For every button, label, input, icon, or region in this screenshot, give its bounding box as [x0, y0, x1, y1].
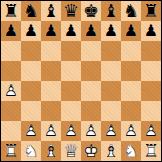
piece-black-pawn[interactable]: ♟ [61, 21, 81, 41]
square-b8[interactable]: ♞ [21, 1, 41, 21]
square-a5[interactable] [1, 61, 21, 81]
square-e2[interactable]: ♟♙ [81, 121, 101, 141]
piece-white-pawn[interactable]: ♟♙ [81, 121, 101, 141]
square-b2[interactable]: ♟♙ [21, 121, 41, 141]
white-piece-outline-glyph: ♙ [81, 121, 101, 141]
white-piece-outline-glyph: ♔ [81, 141, 101, 161]
piece-white-rook[interactable]: ♜♖ [1, 141, 21, 161]
square-b7[interactable]: ♟ [21, 21, 41, 41]
square-g6[interactable] [121, 41, 141, 61]
piece-black-pawn[interactable]: ♟ [41, 21, 61, 41]
square-a4[interactable]: ♟♙ [1, 81, 21, 101]
square-h4[interactable] [141, 81, 161, 101]
piece-black-bishop[interactable]: ♝ [101, 1, 121, 21]
piece-black-pawn[interactable]: ♟ [1, 21, 21, 41]
piece-white-pawn[interactable]: ♟♙ [141, 121, 161, 141]
square-c8[interactable]: ♝ [41, 1, 61, 21]
square-f5[interactable] [101, 61, 121, 81]
square-h8[interactable]: ♜ [141, 1, 161, 21]
piece-white-queen[interactable]: ♛♕ [61, 141, 81, 161]
piece-black-pawn[interactable]: ♟ [21, 21, 41, 41]
piece-white-pawn[interactable]: ♟♙ [41, 121, 61, 141]
square-g1[interactable]: ♞♘ [121, 141, 141, 161]
piece-white-bishop[interactable]: ♝♗ [101, 141, 121, 161]
square-a8[interactable]: ♜ [1, 1, 21, 21]
square-f1[interactable]: ♝♗ [101, 141, 121, 161]
square-c5[interactable] [41, 61, 61, 81]
piece-white-bishop[interactable]: ♝♗ [41, 141, 61, 161]
board-frame: ♜♞♝♛♚♝♞♜♟♟♟♟♟♟♟♟♟♙♟♙♟♙♟♙♟♙♟♙♟♙♟♙♜♖♞♘♝♗♛♕… [0, 0, 162, 162]
piece-white-pawn[interactable]: ♟♙ [121, 121, 141, 141]
square-d8[interactable]: ♛ [61, 1, 81, 21]
piece-black-pawn[interactable]: ♟ [81, 21, 101, 41]
square-g2[interactable]: ♟♙ [121, 121, 141, 141]
white-piece-outline-glyph: ♖ [1, 141, 21, 161]
piece-white-pawn[interactable]: ♟♙ [1, 81, 21, 101]
square-d3[interactable] [61, 101, 81, 121]
piece-white-pawn[interactable]: ♟♙ [61, 121, 81, 141]
square-b1[interactable]: ♞♘ [21, 141, 41, 161]
square-a2[interactable] [1, 121, 21, 141]
square-g7[interactable]: ♟ [121, 21, 141, 41]
square-d2[interactable]: ♟♙ [61, 121, 81, 141]
square-e4[interactable] [81, 81, 101, 101]
square-g3[interactable] [121, 101, 141, 121]
square-e6[interactable] [81, 41, 101, 61]
white-piece-outline-glyph: ♙ [1, 81, 21, 101]
square-e3[interactable] [81, 101, 101, 121]
square-b4[interactable] [21, 81, 41, 101]
white-piece-outline-glyph: ♖ [141, 141, 161, 161]
white-piece-outline-glyph: ♕ [61, 141, 81, 161]
square-d1[interactable]: ♛♕ [61, 141, 81, 161]
square-h7[interactable]: ♟ [141, 21, 161, 41]
white-piece-outline-glyph: ♘ [121, 141, 141, 161]
square-a7[interactable]: ♟ [1, 21, 21, 41]
piece-black-king[interactable]: ♚ [81, 1, 101, 21]
piece-black-pawn[interactable]: ♟ [101, 21, 121, 41]
white-piece-outline-glyph: ♙ [121, 121, 141, 141]
square-g5[interactable] [121, 61, 141, 81]
square-h2[interactable]: ♟♙ [141, 121, 161, 141]
square-d5[interactable] [61, 61, 81, 81]
white-piece-outline-glyph: ♙ [21, 121, 41, 141]
piece-black-queen[interactable]: ♛ [61, 1, 81, 21]
square-f8[interactable]: ♝ [101, 1, 121, 21]
square-h5[interactable] [141, 61, 161, 81]
square-c7[interactable]: ♟ [41, 21, 61, 41]
piece-black-pawn[interactable]: ♟ [141, 21, 161, 41]
square-f3[interactable] [101, 101, 121, 121]
square-e1[interactable]: ♚♔ [81, 141, 101, 161]
piece-white-knight[interactable]: ♞♘ [121, 141, 141, 161]
square-d6[interactable] [61, 41, 81, 61]
square-c2[interactable]: ♟♙ [41, 121, 61, 141]
piece-black-pawn[interactable]: ♟ [121, 21, 141, 41]
square-c3[interactable] [41, 101, 61, 121]
square-g8[interactable]: ♞ [121, 1, 141, 21]
white-piece-outline-glyph: ♙ [141, 121, 161, 141]
square-b3[interactable] [21, 101, 41, 121]
square-b6[interactable] [21, 41, 41, 61]
piece-white-pawn[interactable]: ♟♙ [21, 121, 41, 141]
square-d4[interactable] [61, 81, 81, 101]
piece-black-bishop[interactable]: ♝ [41, 1, 61, 21]
square-e8[interactable]: ♚ [81, 1, 101, 21]
white-piece-outline-glyph: ♗ [101, 141, 121, 161]
white-piece-outline-glyph: ♗ [41, 141, 61, 161]
square-h6[interactable] [141, 41, 161, 61]
square-a6[interactable] [1, 41, 21, 61]
square-f4[interactable] [101, 81, 121, 101]
square-c1[interactable]: ♝♗ [41, 141, 61, 161]
square-h1[interactable]: ♜♖ [141, 141, 161, 161]
square-b5[interactable] [21, 61, 41, 81]
white-piece-outline-glyph: ♘ [21, 141, 41, 161]
square-f7[interactable]: ♟ [101, 21, 121, 41]
square-f6[interactable] [101, 41, 121, 61]
piece-black-knight[interactable]: ♞ [21, 1, 41, 21]
square-c4[interactable] [41, 81, 61, 101]
white-piece-outline-glyph: ♙ [101, 121, 121, 141]
square-c6[interactable] [41, 41, 61, 61]
piece-black-rook[interactable]: ♜ [1, 1, 21, 21]
piece-white-rook[interactable]: ♜♖ [141, 141, 161, 161]
square-g4[interactable] [121, 81, 141, 101]
square-a3[interactable] [1, 101, 21, 121]
white-piece-outline-glyph: ♙ [61, 121, 81, 141]
square-e7[interactable]: ♟ [81, 21, 101, 41]
chess-board: ♜♞♝♛♚♝♞♜♟♟♟♟♟♟♟♟♟♙♟♙♟♙♟♙♟♙♟♙♟♙♟♙♜♖♞♘♝♗♛♕… [1, 1, 161, 161]
square-e5[interactable] [81, 61, 101, 81]
piece-white-king[interactable]: ♚♔ [81, 141, 101, 161]
white-piece-outline-glyph: ♙ [41, 121, 61, 141]
piece-white-knight[interactable]: ♞♘ [21, 141, 41, 161]
piece-white-pawn[interactable]: ♟♙ [101, 121, 121, 141]
square-f2[interactable]: ♟♙ [101, 121, 121, 141]
piece-black-rook[interactable]: ♜ [141, 1, 161, 21]
square-h3[interactable] [141, 101, 161, 121]
square-d7[interactable]: ♟ [61, 21, 81, 41]
square-a1[interactable]: ♜♖ [1, 141, 21, 161]
piece-black-knight[interactable]: ♞ [121, 1, 141, 21]
